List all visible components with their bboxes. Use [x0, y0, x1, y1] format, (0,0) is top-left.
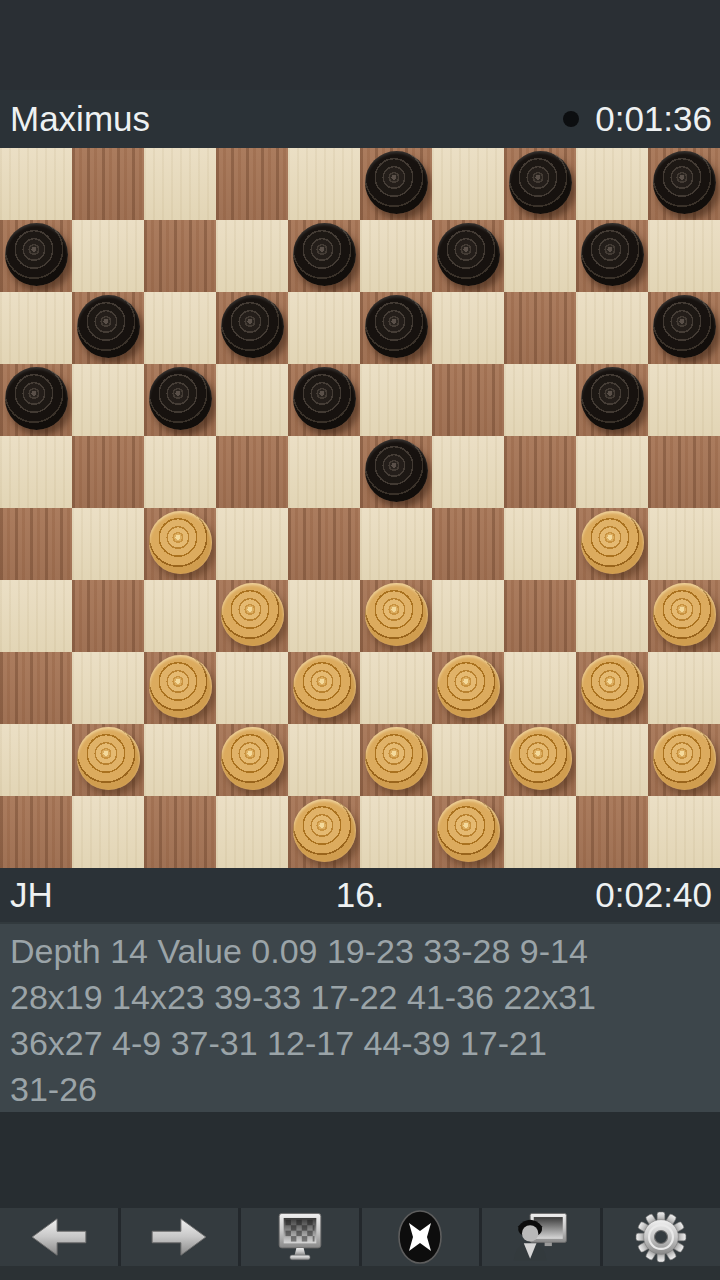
black-piece[interactable] — [365, 439, 428, 502]
white-piece[interactable] — [77, 727, 140, 790]
black-piece[interactable] — [437, 223, 500, 286]
board-square-14[interactable] — [504, 292, 576, 364]
board-square[interactable] — [144, 436, 216, 508]
board-square[interactable] — [72, 796, 144, 868]
board-square[interactable] — [576, 292, 648, 364]
board-square[interactable] — [648, 364, 720, 436]
board-square[interactable] — [360, 364, 432, 436]
black-piece[interactable] — [293, 367, 356, 430]
white-piece[interactable] — [653, 583, 716, 646]
board-square-12[interactable] — [216, 292, 288, 364]
board-square-19[interactable] — [432, 364, 504, 436]
board-square[interactable] — [144, 148, 216, 220]
board-square-11[interactable] — [72, 292, 144, 364]
white-piece[interactable] — [509, 727, 572, 790]
board-square[interactable] — [216, 652, 288, 724]
board-square[interactable] — [504, 652, 576, 724]
board-square-28[interactable] — [288, 508, 360, 580]
board-square[interactable] — [72, 652, 144, 724]
empty-area — [0, 1112, 720, 1208]
board-square[interactable] — [504, 364, 576, 436]
board-square-32[interactable] — [216, 580, 288, 652]
board-square[interactable] — [216, 508, 288, 580]
left-arrow-icon — [28, 1214, 90, 1260]
black-piece[interactable] — [581, 223, 644, 286]
forward-button[interactable] — [121, 1208, 239, 1266]
analysis-line: 36x27 4-9 37-31 12-17 44-39 17-21 — [10, 1020, 710, 1066]
person-monitor-icon — [512, 1211, 570, 1263]
white-piece[interactable] — [293, 799, 356, 862]
board-square[interactable] — [432, 148, 504, 220]
board-square[interactable] — [576, 724, 648, 796]
white-piece[interactable] — [437, 655, 500, 718]
board-square-25[interactable] — [648, 436, 720, 508]
bottom-toolbar — [0, 1208, 720, 1266]
cross-icon — [395, 1209, 445, 1265]
board-square-6[interactable] — [0, 220, 72, 292]
board-square-44[interactable] — [504, 724, 576, 796]
board-square-9[interactable] — [432, 220, 504, 292]
board-square-13[interactable] — [360, 292, 432, 364]
board-square[interactable] — [288, 580, 360, 652]
board-square[interactable] — [504, 508, 576, 580]
board-square-30[interactable] — [576, 508, 648, 580]
board-square-5[interactable] — [648, 148, 720, 220]
board-square-47[interactable] — [144, 796, 216, 868]
board-square-33[interactable] — [360, 580, 432, 652]
white-piece[interactable] — [365, 727, 428, 790]
board-square[interactable] — [288, 148, 360, 220]
white-piece[interactable] — [581, 655, 644, 718]
board-square[interactable] — [72, 220, 144, 292]
board-square[interactable] — [288, 292, 360, 364]
move-number: 16. — [0, 875, 720, 915]
board-square-45[interactable] — [648, 724, 720, 796]
board-square-46[interactable] — [0, 796, 72, 868]
black-piece[interactable] — [221, 295, 284, 358]
board-square[interactable] — [216, 364, 288, 436]
board-square[interactable] — [432, 580, 504, 652]
board-square-8[interactable] — [288, 220, 360, 292]
analysis-line: 31-26 — [10, 1066, 710, 1112]
opponent-button[interactable] — [482, 1208, 600, 1266]
board-square[interactable] — [576, 580, 648, 652]
board-square[interactable] — [648, 796, 720, 868]
board-square-41[interactable] — [72, 724, 144, 796]
board-square-37[interactable] — [144, 652, 216, 724]
board-square[interactable] — [360, 508, 432, 580]
board-square-34[interactable] — [504, 580, 576, 652]
board-square-20[interactable] — [576, 364, 648, 436]
board-square-31[interactable] — [72, 580, 144, 652]
white-piece[interactable] — [653, 727, 716, 790]
board-square[interactable] — [0, 580, 72, 652]
white-piece[interactable] — [581, 511, 644, 574]
board-square-27[interactable] — [144, 508, 216, 580]
board-square-24[interactable] — [504, 436, 576, 508]
top-player-clock: 0:01:36 — [595, 99, 712, 139]
black-piece[interactable] — [365, 151, 428, 214]
board-square[interactable] — [432, 292, 504, 364]
board-square-43[interactable] — [360, 724, 432, 796]
board-square-4[interactable] — [504, 148, 576, 220]
board-square[interactable] — [0, 436, 72, 508]
board-square[interactable] — [504, 796, 576, 868]
board-square[interactable] — [216, 796, 288, 868]
board-square-50[interactable] — [576, 796, 648, 868]
board-square[interactable] — [648, 220, 720, 292]
board-square-10[interactable] — [576, 220, 648, 292]
board-square[interactable] — [144, 292, 216, 364]
board-square-42[interactable] — [216, 724, 288, 796]
analysis-line: 28x19 14x23 39-33 17-22 41-36 22x31 — [10, 974, 710, 1020]
board-square-36[interactable] — [0, 652, 72, 724]
board-square[interactable] — [360, 796, 432, 868]
board-square[interactable] — [576, 148, 648, 220]
board-square[interactable] — [648, 652, 720, 724]
board-square-3[interactable] — [360, 148, 432, 220]
black-piece[interactable] — [509, 151, 572, 214]
bottom-strip — [0, 1266, 720, 1280]
board-square-1[interactable] — [72, 148, 144, 220]
white-piece[interactable] — [365, 583, 428, 646]
black-piece[interactable] — [77, 295, 140, 358]
white-piece[interactable] — [437, 799, 500, 862]
board-square-26[interactable] — [0, 508, 72, 580]
back-button[interactable] — [0, 1208, 118, 1266]
board-square-17[interactable] — [144, 364, 216, 436]
board-square[interactable] — [432, 436, 504, 508]
board-square[interactable] — [144, 580, 216, 652]
right-arrow-icon — [148, 1214, 210, 1260]
black-piece[interactable] — [5, 367, 68, 430]
black-piece[interactable] — [653, 151, 716, 214]
white-piece[interactable] — [149, 655, 212, 718]
board-square[interactable] — [360, 220, 432, 292]
board-square[interactable] — [0, 292, 72, 364]
status-bar-area — [0, 0, 720, 90]
board-square-15[interactable] — [648, 292, 720, 364]
board-square[interactable] — [576, 436, 648, 508]
turn-indicator-dot — [563, 111, 579, 127]
board-square[interactable] — [360, 652, 432, 724]
stop-button[interactable] — [362, 1208, 480, 1266]
board-view-button[interactable] — [241, 1208, 359, 1266]
board-square-22[interactable] — [216, 436, 288, 508]
board-square-29[interactable] — [432, 508, 504, 580]
board-square-2[interactable] — [216, 148, 288, 220]
board-square[interactable] — [0, 724, 72, 796]
board-square-38[interactable] — [288, 652, 360, 724]
board-square-7[interactable] — [144, 220, 216, 292]
bottom-player-bar: JH 16. 0:02:40 — [0, 868, 720, 922]
board-square[interactable] — [288, 724, 360, 796]
board-square-16[interactable] — [0, 364, 72, 436]
board-square[interactable] — [648, 508, 720, 580]
board-square[interactable] — [144, 724, 216, 796]
engine-analysis-panel: Depth 14 Value 0.09 19-23 33-28 9-1428x1… — [0, 922, 720, 1112]
black-piece[interactable] — [653, 295, 716, 358]
board-square-35[interactable] — [648, 580, 720, 652]
black-piece[interactable] — [149, 367, 212, 430]
board-square[interactable] — [72, 508, 144, 580]
settings-button[interactable] — [603, 1208, 720, 1266]
board-square-40[interactable] — [576, 652, 648, 724]
board-square[interactable] — [504, 220, 576, 292]
black-piece[interactable] — [293, 223, 356, 286]
board-square-23[interactable] — [360, 436, 432, 508]
analysis-line: Depth 14 Value 0.09 19-23 33-28 9-14 — [10, 928, 710, 974]
draughts-board[interactable] — [0, 148, 720, 868]
board-square[interactable] — [432, 724, 504, 796]
top-player-bar: Maximus 0:01:36 — [0, 90, 720, 148]
white-piece[interactable] — [221, 727, 284, 790]
white-piece[interactable] — [221, 583, 284, 646]
board-square-39[interactable] — [432, 652, 504, 724]
board-square[interactable] — [0, 148, 72, 220]
board-square-21[interactable] — [72, 436, 144, 508]
monitor-checkerboard-icon — [271, 1211, 329, 1263]
black-piece[interactable] — [365, 295, 428, 358]
top-player-name: Maximus — [10, 99, 150, 139]
board-square-48[interactable] — [288, 796, 360, 868]
board-square[interactable] — [216, 220, 288, 292]
black-piece[interactable] — [5, 223, 68, 286]
black-piece[interactable] — [581, 367, 644, 430]
board-square[interactable] — [72, 364, 144, 436]
board-square-49[interactable] — [432, 796, 504, 868]
white-piece[interactable] — [293, 655, 356, 718]
board-square[interactable] — [288, 436, 360, 508]
board-square-18[interactable] — [288, 364, 360, 436]
gear-icon — [635, 1211, 687, 1263]
white-piece[interactable] — [149, 511, 212, 574]
